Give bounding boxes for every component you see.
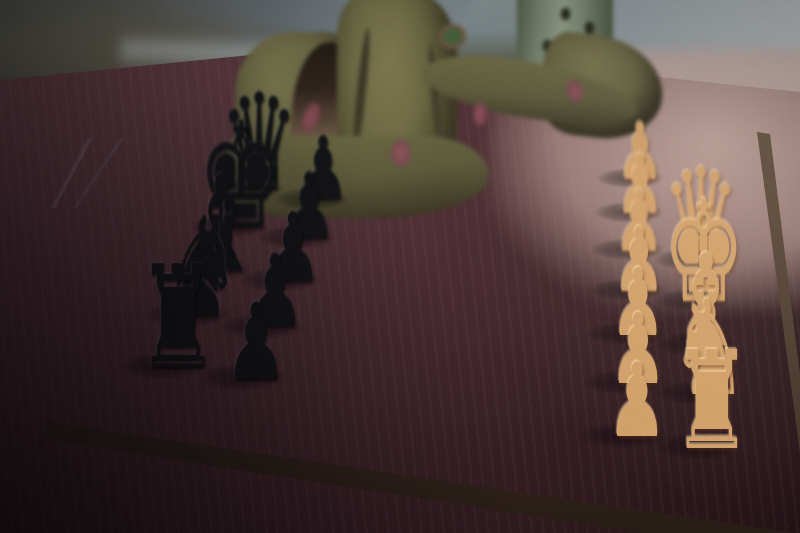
background-pink-blur [490,50,800,310]
table-scratches [0,138,150,208]
scene: AABBCCDDEEFFGGHH1122334455667788 ♜♞♝♚♛♟♟… [0,0,800,533]
